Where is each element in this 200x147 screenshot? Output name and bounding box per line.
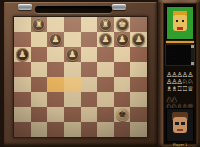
square-b7[interactable] xyxy=(31,32,48,47)
square-g2[interactable]: ♚ xyxy=(114,107,131,122)
square-f3[interactable] xyxy=(97,92,114,107)
square-a3[interactable] xyxy=(14,92,31,107)
pawn-glyph: ♟ xyxy=(116,33,129,46)
square-e6[interactable] xyxy=(81,47,98,62)
move-list-scrollbar[interactable] xyxy=(191,45,194,65)
pawn-glyph: ♟ xyxy=(99,33,112,46)
square-h3[interactable] xyxy=(130,92,147,107)
piece-white-king-g2[interactable]: ♚ xyxy=(116,108,129,121)
square-b8[interactable]: ♜ xyxy=(31,17,48,32)
square-h4[interactable] xyxy=(130,77,147,92)
move-row-5[interactable]: ·· ···· ··· xyxy=(166,57,194,59)
captured-white-pieces: ♙♙♙♙♙♙♙♙♘♘♗♗♖♖♕ xyxy=(164,68,196,89)
square-c6[interactable] xyxy=(47,47,64,62)
captured-black-pieces: ♟♟♞♞♝♝♛ xyxy=(164,93,196,107)
move-row-2[interactable]: ·· ··· ···· xyxy=(166,48,194,50)
square-b4[interactable] xyxy=(31,77,48,92)
square-e1[interactable] xyxy=(81,122,98,137)
king-glyph: ♚ xyxy=(116,108,129,121)
square-f2[interactable] xyxy=(97,107,114,122)
square-h7[interactable]: ♟ xyxy=(130,32,147,47)
piece-black-pawn-a6[interactable]: ♟ xyxy=(16,48,29,61)
left-clasp-icon xyxy=(18,4,32,10)
square-h8[interactable] xyxy=(130,17,147,32)
square-f4[interactable] xyxy=(97,77,114,92)
pawn-glyph: ♟ xyxy=(49,33,62,46)
piece-black-pawn-f7[interactable]: ♟ xyxy=(99,33,112,46)
opponent-avatar[interactable] xyxy=(166,6,194,40)
pawn-glyph: ♟ xyxy=(132,33,145,46)
king-glyph: ♚ xyxy=(116,18,129,31)
piece-black-pawn-d6[interactable]: ♟ xyxy=(66,48,79,61)
cap-white-row-3: ♗♗♖♖♕ xyxy=(164,82,196,89)
move-list-rows: ·· ···· ····· ··· ······ ···· ···· ··· ·… xyxy=(166,45,194,63)
chess-board[interactable]: ♜♜♚♟♟♟♟♟♟♚ xyxy=(13,16,148,138)
right-clasp-icon xyxy=(112,4,126,10)
square-g8[interactable]: ♚ xyxy=(114,17,131,32)
move-row-6[interactable]: · ··· xyxy=(166,60,194,62)
square-a6[interactable]: ♟ xyxy=(14,47,31,62)
square-g6[interactable] xyxy=(114,47,131,62)
square-a1[interactable] xyxy=(14,122,31,137)
side-panel: ·· ···· ····· ··· ······ ···· ···· ··· ·… xyxy=(158,0,200,147)
square-b6[interactable] xyxy=(31,47,48,62)
square-g5[interactable] xyxy=(114,62,131,77)
square-a5[interactable] xyxy=(14,62,31,77)
cap-black-row-1: ♟♟ xyxy=(164,93,196,100)
square-a7[interactable] xyxy=(14,32,31,47)
square-e7[interactable] xyxy=(81,32,98,47)
square-c2[interactable] xyxy=(47,107,64,122)
square-g7[interactable]: ♟ xyxy=(114,32,131,47)
piece-black-rook-b8[interactable]: ♜ xyxy=(32,18,45,31)
square-f7[interactable]: ♟ xyxy=(97,32,114,47)
piece-black-pawn-h7[interactable]: ♟ xyxy=(132,33,145,46)
square-c4[interactable] xyxy=(47,77,64,92)
square-a4[interactable] xyxy=(14,77,31,92)
pawn-glyph: ♟ xyxy=(16,48,29,61)
square-f6[interactable] xyxy=(97,47,114,62)
square-d1[interactable] xyxy=(64,122,81,137)
scroll-up-icon[interactable] xyxy=(191,45,194,48)
move-list[interactable]: ·· ···· ····· ··· ······ ···· ···· ··· ·… xyxy=(165,44,195,66)
square-b2[interactable] xyxy=(31,107,48,122)
move-row-3[interactable]: ·· ···· ·· xyxy=(166,51,194,53)
player-avatar[interactable] xyxy=(166,108,194,142)
square-g4[interactable] xyxy=(114,77,131,92)
square-e3[interactable] xyxy=(81,92,98,107)
pen-slot xyxy=(35,6,112,13)
cap-white-row-2: ♙♙♙♘♘ xyxy=(164,75,196,82)
piece-black-rook-f8[interactable]: ♜ xyxy=(99,18,112,31)
square-c1[interactable] xyxy=(47,122,64,137)
move-row-1[interactable]: ·· ···· ··· xyxy=(166,45,194,47)
side-panel-inner: ·· ···· ····· ··· ······ ···· ···· ··· ·… xyxy=(163,3,197,145)
square-g3[interactable] xyxy=(114,92,131,107)
square-d2[interactable] xyxy=(64,107,81,122)
piece-black-pawn-c7[interactable]: ♟ xyxy=(49,33,62,46)
square-h5[interactable] xyxy=(130,62,147,77)
piece-black-pawn-g7[interactable]: ♟ xyxy=(116,33,129,46)
square-h2[interactable] xyxy=(130,107,147,122)
square-g1[interactable] xyxy=(114,122,131,137)
square-f5[interactable] xyxy=(97,62,114,77)
square-f8[interactable]: ♜ xyxy=(97,17,114,32)
square-e5[interactable] xyxy=(81,62,98,77)
scroll-down-icon[interactable] xyxy=(191,62,194,65)
square-e8[interactable] xyxy=(81,17,98,32)
square-a2[interactable] xyxy=(14,107,31,122)
square-f1[interactable] xyxy=(97,122,114,137)
opponent-name-bar xyxy=(166,41,194,43)
piece-black-king-g8[interactable]: ♚ xyxy=(116,18,129,31)
pawn-glyph: ♟ xyxy=(66,48,79,61)
square-b5[interactable] xyxy=(31,62,48,77)
chess-app-window: ♜♜♚♟♟♟♟♟♟♚ ·· ···· ····· ··· ······ ····… xyxy=(0,0,200,147)
square-d4[interactable] xyxy=(64,77,81,92)
square-h6[interactable] xyxy=(130,47,147,62)
rook-glyph: ♜ xyxy=(99,18,112,31)
board-frame: ♜♜♚♟♟♟♟♟♟♚ xyxy=(3,1,158,147)
square-c5[interactable] xyxy=(47,62,64,77)
player-name-label: Player 1 xyxy=(170,143,189,146)
square-d6[interactable]: ♟ xyxy=(64,47,81,62)
cap-black-row-2: ♞♞♝♝♛ xyxy=(164,100,196,107)
square-d8[interactable] xyxy=(64,17,81,32)
square-d7[interactable] xyxy=(64,32,81,47)
square-c3[interactable] xyxy=(47,92,64,107)
square-b3[interactable] xyxy=(31,92,48,107)
square-h1[interactable] xyxy=(130,122,147,137)
square-c7[interactable]: ♟ xyxy=(47,32,64,47)
square-a8[interactable] xyxy=(14,17,31,32)
captured-piece-icon: ♕ xyxy=(187,85,192,93)
move-row-4[interactable]: ·· ··· ··· xyxy=(166,54,194,56)
square-b1[interactable] xyxy=(31,122,48,137)
cap-white-row-1: ♙♙♙♙♙ xyxy=(164,68,196,75)
rook-glyph: ♜ xyxy=(32,18,45,31)
square-d3[interactable] xyxy=(64,92,81,107)
square-c8[interactable] xyxy=(47,17,64,32)
square-e4[interactable] xyxy=(81,77,98,92)
square-d5[interactable] xyxy=(64,62,81,77)
square-e2[interactable] xyxy=(81,107,98,122)
